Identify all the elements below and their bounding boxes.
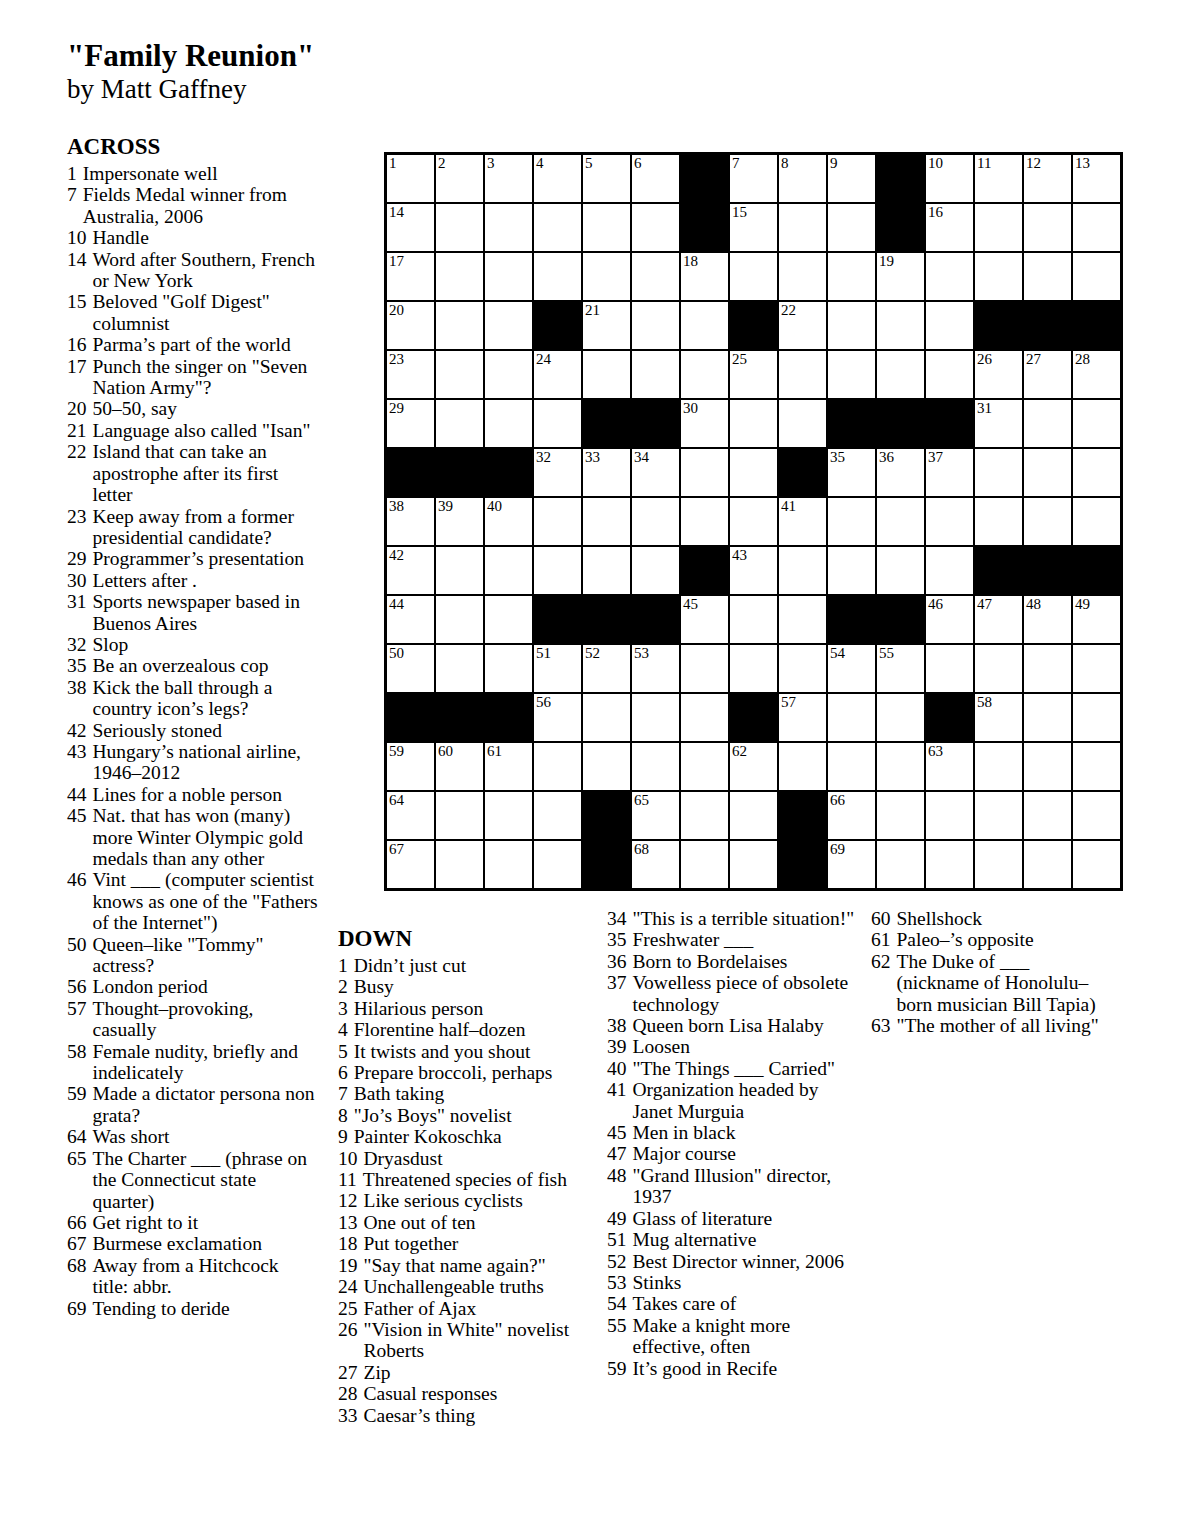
down-clue-24: 24Unchallengeable truths: [338, 1276, 584, 1297]
clue-text: Get right to it: [93, 1212, 320, 1233]
grid-cell[interactable]: 59: [386, 742, 435, 791]
grid-cell[interactable]: 44: [386, 595, 435, 644]
grid-cell[interactable]: 58: [974, 693, 1023, 742]
grid-cell[interactable]: 14: [386, 203, 435, 252]
grid-cell[interactable]: 33: [582, 448, 631, 497]
grid-cell[interactable]: [974, 448, 1023, 497]
clue-number: 29: [67, 548, 87, 569]
black-cell: [582, 399, 631, 448]
grid-cell[interactable]: [435, 546, 484, 595]
grid-cell[interactable]: 48: [1023, 595, 1072, 644]
grid-cell[interactable]: 37: [925, 448, 974, 497]
grid-cell[interactable]: [1072, 791, 1121, 840]
grid-cell[interactable]: 29: [386, 399, 435, 448]
grid-cell[interactable]: 17: [386, 252, 435, 301]
grid-cell[interactable]: [729, 644, 778, 693]
grid-cell[interactable]: [1072, 742, 1121, 791]
clue-text: One out of ten: [364, 1212, 585, 1233]
clue-text: Was short: [93, 1126, 320, 1147]
grid-cell[interactable]: [925, 350, 974, 399]
grid-cell[interactable]: 4: [533, 154, 582, 203]
across-section: ACROSS 1Impersonate well7Fields Medal wi…: [67, 134, 319, 1319]
grid-cell[interactable]: 60: [435, 742, 484, 791]
black-cell: [778, 791, 827, 840]
grid-cell[interactable]: 69: [827, 840, 876, 889]
grid-cell[interactable]: 36: [876, 448, 925, 497]
black-cell: [876, 154, 925, 203]
grid-cell[interactable]: [778, 595, 827, 644]
grid-cell[interactable]: [484, 203, 533, 252]
clue-number: 31: [67, 591, 87, 634]
grid-cell[interactable]: [974, 644, 1023, 693]
grid-cell[interactable]: [876, 301, 925, 350]
grid-cell[interactable]: [631, 301, 680, 350]
grid-cell[interactable]: 31: [974, 399, 1023, 448]
clue-number: 56: [67, 976, 87, 997]
grid-cell[interactable]: [582, 693, 631, 742]
grid-cell[interactable]: [435, 203, 484, 252]
grid-cell[interactable]: [435, 595, 484, 644]
clue-text: Sports newspaper based in Buenos Aires: [93, 591, 320, 634]
grid-cell[interactable]: [631, 252, 680, 301]
grid-cell[interactable]: [778, 742, 827, 791]
clue-text: Language also called "Isan": [93, 420, 320, 441]
grid-cell[interactable]: [1023, 203, 1072, 252]
grid-cell[interactable]: [533, 791, 582, 840]
black-cell: [974, 546, 1023, 595]
grid-cell[interactable]: [484, 252, 533, 301]
grid-cell[interactable]: [827, 742, 876, 791]
grid-cell[interactable]: [631, 546, 680, 595]
cell-number: 10: [928, 155, 943, 171]
grid-cell[interactable]: [1072, 399, 1121, 448]
grid-cell[interactable]: 6: [631, 154, 680, 203]
grid-cell[interactable]: 5: [582, 154, 631, 203]
grid-cell[interactable]: 7: [729, 154, 778, 203]
grid-cell[interactable]: 45: [680, 595, 729, 644]
clue-number: 30: [67, 570, 87, 591]
grid-cell[interactable]: 9: [827, 154, 876, 203]
across-clue-15: 15Beloved "Golf Digest" columnist: [67, 291, 319, 334]
clue-text: Punch the singer on "Seven Nation Army"?: [93, 356, 320, 399]
grid-cell[interactable]: [1023, 791, 1072, 840]
black-cell: [484, 448, 533, 497]
grid-cell[interactable]: [827, 693, 876, 742]
clue-number: 43: [67, 741, 87, 784]
grid-cell[interactable]: 18: [680, 252, 729, 301]
clue-text: Painter Kokoschka: [354, 1126, 584, 1147]
down-clue-4: 4Florentine half–dozen: [338, 1019, 584, 1040]
grid-cell[interactable]: [876, 791, 925, 840]
across-clue-50: 50Queen–like "Tommy" actress?: [67, 934, 319, 977]
cell-number: 48: [1026, 596, 1041, 612]
grid-cell[interactable]: [582, 350, 631, 399]
grid-cell[interactable]: [974, 840, 1023, 889]
grid-cell[interactable]: [533, 546, 582, 595]
grid-cell[interactable]: 39: [435, 497, 484, 546]
grid-cell[interactable]: [680, 301, 729, 350]
clue-text: 50–50, say: [93, 398, 320, 419]
cell-number: 58: [977, 694, 992, 710]
across-clue-44: 44Lines for a noble person: [67, 784, 319, 805]
grid-cell[interactable]: 46: [925, 595, 974, 644]
grid-cell[interactable]: [1023, 742, 1072, 791]
grid-cell[interactable]: [631, 350, 680, 399]
grid-cell[interactable]: [925, 840, 974, 889]
grid-cell[interactable]: [680, 448, 729, 497]
grid-cell[interactable]: [729, 840, 778, 889]
clue-text: "The Things ___ Carried": [633, 1058, 860, 1079]
grid-cell[interactable]: [925, 644, 974, 693]
grid-cell[interactable]: 41: [778, 497, 827, 546]
cell-number: 18: [683, 253, 698, 269]
cell-number: 7: [732, 155, 740, 171]
grid-cell[interactable]: [533, 497, 582, 546]
grid-cell[interactable]: 2: [435, 154, 484, 203]
grid-cell[interactable]: [680, 350, 729, 399]
down-clue-47: 47Major course: [607, 1143, 859, 1164]
grid-cell[interactable]: [484, 644, 533, 693]
grid-cell[interactable]: [631, 693, 680, 742]
down-clue-8: 8"Jo’s Boys" novelist: [338, 1105, 584, 1126]
cell-number: 35: [830, 449, 845, 465]
grid-cell[interactable]: [827, 301, 876, 350]
grid-cell[interactable]: [680, 693, 729, 742]
grid-cell[interactable]: 21: [582, 301, 631, 350]
grid-cell[interactable]: [876, 497, 925, 546]
grid-cell[interactable]: [631, 497, 680, 546]
across-clue-38: 38Kick the ball through a country icon’s…: [67, 677, 319, 720]
cell-number: 34: [634, 449, 649, 465]
grid-cell[interactable]: [778, 546, 827, 595]
cell-number: 3: [487, 155, 495, 171]
grid-cell[interactable]: [925, 301, 974, 350]
grid-cell[interactable]: [582, 546, 631, 595]
clue-text: Hungary’s national airline, 1946–2012: [93, 741, 320, 784]
grid-cell[interactable]: [876, 693, 925, 742]
down-clue-11: 11Threatened species of fish: [338, 1169, 584, 1190]
grid-cell[interactable]: 12: [1023, 154, 1072, 203]
grid-cell[interactable]: [729, 448, 778, 497]
grid-cell[interactable]: 15: [729, 203, 778, 252]
cell-number: 21: [585, 302, 600, 318]
down-clue-51: 51Mug alternative: [607, 1229, 859, 1250]
down-clue-7: 7Bath taking: [338, 1083, 584, 1104]
cell-number: 59: [389, 743, 404, 759]
grid-cell[interactable]: [680, 497, 729, 546]
cell-number: 54: [830, 645, 845, 661]
grid-cell[interactable]: [435, 301, 484, 350]
grid-cell[interactable]: [1023, 448, 1072, 497]
down-clue-18: 18Put together: [338, 1233, 584, 1254]
grid-cell[interactable]: [729, 595, 778, 644]
clue-number: 9: [338, 1126, 348, 1147]
grid-cell[interactable]: [680, 644, 729, 693]
grid-cell[interactable]: [484, 350, 533, 399]
across-clue-20: 2050–50, say: [67, 398, 319, 419]
cell-number: 44: [389, 596, 404, 612]
clue-text: Bath taking: [354, 1083, 584, 1104]
grid-cell[interactable]: [1023, 497, 1072, 546]
grid-cell[interactable]: [484, 546, 533, 595]
grid-cell[interactable]: [1023, 693, 1072, 742]
down-clue-55: 55Make a knight more effective, often: [607, 1315, 859, 1358]
grid-cell[interactable]: 34: [631, 448, 680, 497]
grid-cell[interactable]: [1023, 840, 1072, 889]
grid-cell[interactable]: [680, 840, 729, 889]
down-clue-61: 61Paleo–’s opposite: [871, 929, 1109, 950]
clue-text: Beloved "Golf Digest" columnist: [93, 291, 320, 334]
across-clue-29: 29Programmer’s presentation: [67, 548, 319, 569]
grid-cell[interactable]: 11: [974, 154, 1023, 203]
clue-text: Unchallengeable truths: [364, 1276, 585, 1297]
black-cell: [631, 399, 680, 448]
grid-cell[interactable]: 47: [974, 595, 1023, 644]
grid-cell[interactable]: [729, 791, 778, 840]
grid-cell[interactable]: 10: [925, 154, 974, 203]
grid-cell[interactable]: [484, 595, 533, 644]
grid-cell[interactable]: [1023, 644, 1072, 693]
grid-cell[interactable]: [1072, 840, 1121, 889]
grid-cell[interactable]: 68: [631, 840, 680, 889]
cell-number: 36: [879, 449, 894, 465]
grid-cell[interactable]: [778, 252, 827, 301]
cell-number: 64: [389, 792, 404, 808]
grid-cell[interactable]: [1072, 203, 1121, 252]
clue-text: Dryasdust: [364, 1148, 585, 1169]
grid-cell[interactable]: 62: [729, 742, 778, 791]
grid-cell[interactable]: [974, 252, 1023, 301]
grid-cell[interactable]: [974, 497, 1023, 546]
black-cell: [778, 840, 827, 889]
grid-cell[interactable]: 1: [386, 154, 435, 203]
puzzle-byline: by Matt Gaffney: [67, 74, 314, 105]
grid-cell[interactable]: [533, 252, 582, 301]
grid-cell[interactable]: [533, 203, 582, 252]
black-cell: [876, 399, 925, 448]
grid-cell[interactable]: [631, 203, 680, 252]
grid-cell[interactable]: 24: [533, 350, 582, 399]
grid-cell[interactable]: [435, 350, 484, 399]
clue-text: It twists and you shout: [354, 1041, 584, 1062]
grid-cell[interactable]: [582, 203, 631, 252]
grid-cell[interactable]: 20: [386, 301, 435, 350]
grid-cell[interactable]: 61: [484, 742, 533, 791]
grid-cell[interactable]: 22: [778, 301, 827, 350]
clue-number: 26: [338, 1319, 358, 1362]
down-clue-19: 19"Say that name again?": [338, 1255, 584, 1276]
grid-cell[interactable]: [435, 644, 484, 693]
grid-cell[interactable]: [435, 252, 484, 301]
grid-cell[interactable]: 55: [876, 644, 925, 693]
grid-cell[interactable]: 25: [729, 350, 778, 399]
clue-number: 63: [871, 1015, 891, 1036]
across-clue-7: 7Fields Medal winner from Australia, 200…: [67, 184, 319, 227]
grid-cell[interactable]: [484, 399, 533, 448]
grid-cell[interactable]: 19: [876, 252, 925, 301]
clue-number: 20: [67, 398, 87, 419]
grid-cell[interactable]: 30: [680, 399, 729, 448]
grid-cell[interactable]: 26: [974, 350, 1023, 399]
clue-number: 21: [67, 420, 87, 441]
grid-cell[interactable]: [876, 840, 925, 889]
grid-cell[interactable]: 32: [533, 448, 582, 497]
down-clue-10: 10Dryasdust: [338, 1148, 584, 1169]
grid-cell[interactable]: 49: [1072, 595, 1121, 644]
grid-cell[interactable]: [1072, 644, 1121, 693]
grid-cell[interactable]: 67: [386, 840, 435, 889]
grid-cell[interactable]: 42: [386, 546, 435, 595]
grid-cell[interactable]: [1072, 497, 1121, 546]
black-cell: [827, 595, 876, 644]
cell-number: 13: [1075, 155, 1090, 171]
grid-cell[interactable]: [925, 791, 974, 840]
grid-cell[interactable]: [1023, 399, 1072, 448]
grid-cell[interactable]: 64: [386, 791, 435, 840]
across-clue-69: 69Tending to deride: [67, 1298, 319, 1319]
black-cell: [631, 595, 680, 644]
clue-text: Vint ___ (computer scientist knows as on…: [93, 869, 320, 933]
black-cell: [925, 399, 974, 448]
grid-cell[interactable]: 56: [533, 693, 582, 742]
grid-cell[interactable]: 57: [778, 693, 827, 742]
black-cell: [974, 301, 1023, 350]
grid-cell[interactable]: [827, 546, 876, 595]
grid-cell[interactable]: [778, 203, 827, 252]
clue-number: 48: [607, 1165, 627, 1208]
grid-cell[interactable]: [925, 497, 974, 546]
cell-number: 32: [536, 449, 551, 465]
clue-text: Burmese exclamation: [93, 1233, 320, 1254]
clue-number: 7: [67, 184, 77, 227]
cell-number: 23: [389, 351, 404, 367]
grid-cell[interactable]: 50: [386, 644, 435, 693]
clue-text: Casual responses: [364, 1383, 585, 1404]
grid-cell[interactable]: 13: [1072, 154, 1121, 203]
clue-number: 15: [67, 291, 87, 334]
grid-cell[interactable]: [729, 497, 778, 546]
grid-cell[interactable]: [484, 840, 533, 889]
clue-number: 38: [607, 1015, 627, 1036]
grid-cell[interactable]: [582, 742, 631, 791]
grid-cell[interactable]: [827, 497, 876, 546]
clue-text: Paleo–’s opposite: [897, 929, 1110, 950]
grid-cell[interactable]: [729, 252, 778, 301]
grid-cell[interactable]: [778, 644, 827, 693]
across-clue-43: 43Hungary’s national airline, 1946–2012: [67, 741, 319, 784]
grid-cell[interactable]: [974, 742, 1023, 791]
grid-cell[interactable]: 3: [484, 154, 533, 203]
grid-cell[interactable]: 43: [729, 546, 778, 595]
across-clue-56: 56London period: [67, 976, 319, 997]
clue-number: 44: [67, 784, 87, 805]
clue-number: 55: [607, 1315, 627, 1358]
grid-cell[interactable]: [680, 791, 729, 840]
cell-number: 25: [732, 351, 747, 367]
grid-cell[interactable]: [1072, 693, 1121, 742]
grid-cell[interactable]: [435, 791, 484, 840]
grid-cell[interactable]: [778, 399, 827, 448]
grid-cell[interactable]: [876, 742, 925, 791]
down-clue-33: 33Caesar’s thing: [338, 1405, 584, 1426]
cell-number: 11: [977, 155, 991, 171]
clue-text: "This is a terrible situation!": [633, 908, 860, 929]
grid-cell[interactable]: 38: [386, 497, 435, 546]
grid-cell[interactable]: [435, 840, 484, 889]
grid-cell[interactable]: 51: [533, 644, 582, 693]
grid-cell[interactable]: [680, 742, 729, 791]
grid-cell[interactable]: [1023, 252, 1072, 301]
across-heading: ACROSS: [67, 134, 319, 160]
grid-cell[interactable]: 52: [582, 644, 631, 693]
clue-number: 68: [67, 1255, 87, 1298]
grid-cell[interactable]: [827, 203, 876, 252]
grid-cell[interactable]: 27: [1023, 350, 1072, 399]
clue-text: Letters after .: [93, 570, 320, 591]
grid-cell[interactable]: [827, 350, 876, 399]
grid-cell[interactable]: [533, 742, 582, 791]
grid-cell[interactable]: [484, 301, 533, 350]
cell-number: 26: [977, 351, 992, 367]
grid-cell[interactable]: [533, 840, 582, 889]
cell-number: 1: [389, 155, 397, 171]
clue-text: London period: [93, 976, 320, 997]
grid-cell[interactable]: [533, 399, 582, 448]
grid-cell[interactable]: [974, 203, 1023, 252]
grid-cell[interactable]: [1072, 448, 1121, 497]
grid-cell[interactable]: 54: [827, 644, 876, 693]
grid-cell[interactable]: [582, 497, 631, 546]
grid-cell[interactable]: [1072, 252, 1121, 301]
cell-number: 55: [879, 645, 894, 661]
grid-cell[interactable]: 8: [778, 154, 827, 203]
grid-cell[interactable]: 23: [386, 350, 435, 399]
grid-cell[interactable]: [631, 742, 680, 791]
clue-text: Glass of literature: [633, 1208, 860, 1229]
grid-cell[interactable]: [925, 546, 974, 595]
black-cell: [876, 595, 925, 644]
clue-number: 58: [67, 1041, 87, 1084]
cell-number: 47: [977, 596, 992, 612]
grid-cell[interactable]: [827, 252, 876, 301]
grid-cell[interactable]: 28: [1072, 350, 1121, 399]
clue-text: Born to Bordelaises: [633, 951, 860, 972]
grid-cell[interactable]: 63: [925, 742, 974, 791]
grid-cell[interactable]: 40: [484, 497, 533, 546]
grid-cell[interactable]: [876, 546, 925, 595]
grid-cell[interactable]: 16: [925, 203, 974, 252]
grid-cell[interactable]: [876, 350, 925, 399]
grid-cell[interactable]: 35: [827, 448, 876, 497]
grid-cell[interactable]: [435, 399, 484, 448]
grid-cell[interactable]: [974, 791, 1023, 840]
grid-cell[interactable]: [484, 791, 533, 840]
grid-cell[interactable]: [582, 252, 631, 301]
clue-text: Shellshock: [897, 908, 1110, 929]
black-cell: [680, 203, 729, 252]
grid-cell[interactable]: [925, 252, 974, 301]
clue-number: 24: [338, 1276, 358, 1297]
grid-cell[interactable]: [778, 350, 827, 399]
grid-cell[interactable]: 53: [631, 644, 680, 693]
grid-cell[interactable]: 66: [827, 791, 876, 840]
grid-cell[interactable]: [729, 399, 778, 448]
clue-number: 59: [607, 1358, 627, 1379]
black-cell: [680, 546, 729, 595]
crossword-page: "Family Reunion" by Matt Gaffney ACROSS …: [0, 0, 1187, 1536]
clue-text: Stinks: [633, 1272, 860, 1293]
grid-cell[interactable]: 65: [631, 791, 680, 840]
